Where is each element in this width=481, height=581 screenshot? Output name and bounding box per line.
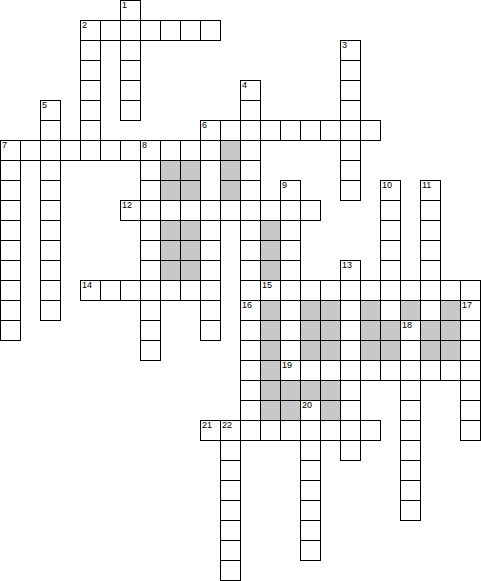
cell-r9-c12[interactable] bbox=[240, 180, 261, 201]
cell-r19-c20[interactable] bbox=[400, 380, 421, 401]
cell-r4-c17[interactable] bbox=[340, 80, 361, 101]
cell-r18-c16[interactable] bbox=[320, 360, 341, 381]
cell-r10-c8[interactable] bbox=[160, 200, 181, 221]
cell-r16-c23[interactable] bbox=[460, 320, 481, 341]
blocked-cell-r15-c18 bbox=[360, 300, 381, 321]
blocked-cell-r15-c20 bbox=[400, 300, 421, 321]
cell-r9-c17[interactable] bbox=[340, 180, 361, 201]
cell-r10-c7[interactable] bbox=[140, 200, 161, 221]
cell-r21-c17[interactable] bbox=[340, 420, 361, 441]
cell-r14-c2[interactable] bbox=[40, 280, 61, 301]
cell-r8-c2[interactable] bbox=[40, 160, 61, 181]
cell-r6-c15[interactable] bbox=[300, 120, 321, 141]
cell-r1-c4[interactable] bbox=[80, 20, 101, 41]
cell-r10-c0[interactable] bbox=[0, 200, 21, 221]
cell-r20-c15[interactable] bbox=[300, 400, 321, 421]
blocked-cell-r16-c18 bbox=[360, 320, 381, 341]
cell-r13-c17[interactable] bbox=[340, 260, 361, 281]
cell-r16-c17[interactable] bbox=[340, 320, 361, 341]
blocked-cell-r11-c13 bbox=[260, 220, 281, 241]
cell-r4-c4[interactable] bbox=[80, 80, 101, 101]
cell-r15-c2[interactable] bbox=[40, 300, 61, 321]
blocked-cell-r8-c11 bbox=[220, 160, 241, 181]
blocked-cell-r11-c9 bbox=[180, 220, 201, 241]
cell-r14-c0[interactable] bbox=[0, 280, 21, 301]
cell-r19-c12[interactable] bbox=[240, 380, 261, 401]
cell-r10-c2[interactable] bbox=[40, 200, 61, 221]
cell-r15-c12[interactable] bbox=[240, 300, 261, 321]
cell-r6-c14[interactable] bbox=[280, 120, 301, 141]
blocked-cell-r15-c13 bbox=[260, 300, 281, 321]
cell-r0-c6[interactable] bbox=[120, 0, 141, 21]
cell-r1-c9[interactable] bbox=[180, 20, 201, 41]
cell-r12-c10[interactable] bbox=[200, 240, 221, 261]
cell-r15-c23[interactable] bbox=[460, 300, 481, 321]
cell-r5-c12[interactable] bbox=[240, 100, 261, 121]
blocked-cell-r15-c15 bbox=[300, 300, 321, 321]
blocked-cell-r20-c13 bbox=[260, 400, 281, 421]
cell-r11-c14[interactable] bbox=[280, 220, 301, 241]
cell-r2-c17[interactable] bbox=[340, 40, 361, 61]
cell-r20-c17[interactable] bbox=[340, 400, 361, 421]
cell-r14-c7[interactable] bbox=[140, 280, 161, 301]
cell-r11-c12[interactable] bbox=[240, 220, 261, 241]
cell-r14-c23[interactable] bbox=[460, 280, 481, 301]
cell-r6-c2[interactable] bbox=[40, 120, 61, 141]
cell-r11-c7[interactable] bbox=[140, 220, 161, 241]
cell-r14-c21[interactable] bbox=[420, 280, 441, 301]
cell-r1-c10[interactable] bbox=[200, 20, 221, 41]
cell-r14-c5[interactable] bbox=[100, 280, 121, 301]
cell-r7-c17[interactable] bbox=[340, 140, 361, 161]
cell-r19-c23[interactable] bbox=[460, 380, 481, 401]
cell-r10-c10[interactable] bbox=[200, 200, 221, 221]
cell-r6-c17[interactable] bbox=[340, 120, 361, 141]
cell-r22-c20[interactable] bbox=[400, 440, 421, 461]
cell-r3-c4[interactable] bbox=[80, 60, 101, 81]
cell-r22-c15[interactable] bbox=[300, 440, 321, 461]
cell-r7-c9[interactable] bbox=[180, 140, 201, 161]
cell-r4-c6[interactable] bbox=[120, 80, 141, 101]
cell-r15-c0[interactable] bbox=[0, 300, 21, 321]
blocked-cell-r8-c9 bbox=[180, 160, 201, 181]
cell-r9-c14[interactable] bbox=[280, 180, 301, 201]
blocked-cell-r16-c21 bbox=[420, 320, 441, 341]
cell-r11-c0[interactable] bbox=[0, 220, 21, 241]
cell-r14-c10[interactable] bbox=[200, 280, 221, 301]
cell-r18-c21[interactable] bbox=[420, 360, 441, 381]
blocked-cell-r16-c19 bbox=[380, 320, 401, 341]
cell-r7-c2[interactable] bbox=[40, 140, 61, 161]
cell-r12-c0[interactable] bbox=[0, 240, 21, 261]
cell-r24-c20[interactable] bbox=[400, 480, 421, 501]
blocked-cell-r17-c16 bbox=[320, 340, 341, 361]
cell-r8-c17[interactable] bbox=[340, 160, 361, 181]
blocked-cell-r9-c8 bbox=[160, 180, 181, 201]
blocked-cell-r18-c13 bbox=[260, 360, 281, 381]
cell-r24-c15[interactable] bbox=[300, 480, 321, 501]
cell-r15-c10[interactable] bbox=[200, 300, 221, 321]
cell-r7-c1[interactable] bbox=[20, 140, 41, 161]
blocked-cell-r17-c19 bbox=[380, 340, 401, 361]
cell-r6-c13[interactable] bbox=[260, 120, 281, 141]
cell-r1-c7[interactable] bbox=[140, 20, 161, 41]
blocked-cell-r17-c15 bbox=[300, 340, 321, 361]
cell-r27-c15[interactable] bbox=[300, 540, 321, 561]
cell-r21-c16[interactable] bbox=[320, 420, 341, 441]
cell-r14-c12[interactable] bbox=[240, 280, 261, 301]
cell-r9-c2[interactable] bbox=[40, 180, 61, 201]
cell-r17-c7[interactable] bbox=[140, 340, 161, 361]
cell-r14-c6[interactable] bbox=[120, 280, 141, 301]
blocked-cell-r12-c9 bbox=[180, 240, 201, 261]
cell-r20-c12[interactable] bbox=[240, 400, 261, 421]
cell-r16-c20[interactable] bbox=[400, 320, 421, 341]
cell-r21-c15[interactable] bbox=[300, 420, 321, 441]
blocked-cell-r8-c8 bbox=[160, 160, 181, 181]
cell-r16-c12[interactable] bbox=[240, 320, 261, 341]
cell-r14-c18[interactable] bbox=[360, 280, 381, 301]
cell-r1-c6[interactable] bbox=[120, 20, 141, 41]
blocked-cell-r12-c8 bbox=[160, 240, 181, 261]
cell-r7-c3[interactable] bbox=[60, 140, 81, 161]
cell-r10-c21[interactable] bbox=[420, 200, 441, 221]
cell-r21-c18[interactable] bbox=[360, 420, 381, 441]
cell-r23-c11[interactable] bbox=[220, 460, 241, 481]
cell-r26-c11[interactable] bbox=[220, 520, 241, 541]
cell-r21-c12[interactable] bbox=[240, 420, 261, 441]
cell-r14-c16[interactable] bbox=[320, 280, 341, 301]
blocked-cell-r20-c14 bbox=[280, 400, 301, 421]
cell-r18-c15[interactable] bbox=[300, 360, 321, 381]
cell-r6-c18[interactable] bbox=[360, 120, 381, 141]
cell-r21-c14[interactable] bbox=[280, 420, 301, 441]
cell-r13-c19[interactable] bbox=[380, 260, 401, 281]
cell-r8-c7[interactable] bbox=[140, 160, 161, 181]
cell-r13-c14[interactable] bbox=[280, 260, 301, 281]
cell-r23-c20[interactable] bbox=[400, 460, 421, 481]
blocked-cell-r16-c15 bbox=[300, 320, 321, 341]
cell-r18-c22[interactable] bbox=[440, 360, 461, 381]
cell-r17-c17[interactable] bbox=[340, 340, 361, 361]
blocked-cell-r13-c9 bbox=[180, 260, 201, 281]
cell-r14-c17[interactable] bbox=[340, 280, 361, 301]
cell-r17-c14[interactable] bbox=[280, 340, 301, 361]
cell-r19-c17[interactable] bbox=[340, 380, 361, 401]
cell-r12-c14[interactable] bbox=[280, 240, 301, 261]
cell-r1-c5[interactable] bbox=[100, 20, 121, 41]
cell-r6-c16[interactable] bbox=[320, 120, 341, 141]
cell-r18-c17[interactable] bbox=[340, 360, 361, 381]
cell-r14-c19[interactable] bbox=[380, 280, 401, 301]
blocked-cell-r11-c8 bbox=[160, 220, 181, 241]
cell-r7-c7[interactable] bbox=[140, 140, 161, 161]
cell-r23-c15[interactable] bbox=[300, 460, 321, 481]
cell-r17-c20[interactable] bbox=[400, 340, 421, 361]
cell-r8-c12[interactable] bbox=[240, 160, 261, 181]
cell-r21-c10[interactable] bbox=[200, 420, 221, 441]
cell-r12-c2[interactable] bbox=[40, 240, 61, 261]
cell-r8-c0[interactable] bbox=[0, 160, 21, 181]
cell-r6-c4[interactable] bbox=[80, 120, 101, 141]
blocked-cell-r16-c13 bbox=[260, 320, 281, 341]
cell-r21-c13[interactable] bbox=[260, 420, 281, 441]
cell-r18-c12[interactable] bbox=[240, 360, 261, 381]
cell-r12-c21[interactable] bbox=[420, 240, 441, 261]
cell-r13-c7[interactable] bbox=[140, 260, 161, 281]
cell-r18-c19[interactable] bbox=[380, 360, 401, 381]
cell-r12-c19[interactable] bbox=[380, 240, 401, 261]
cell-r7-c6[interactable] bbox=[120, 140, 141, 161]
cell-r21-c11[interactable] bbox=[220, 420, 241, 441]
blocked-cell-r9-c9 bbox=[180, 180, 201, 201]
cell-r21-c23[interactable] bbox=[460, 420, 481, 441]
blocked-cell-r19-c16 bbox=[320, 380, 341, 401]
cell-r13-c2[interactable] bbox=[40, 260, 61, 281]
cell-r18-c14[interactable] bbox=[280, 360, 301, 381]
blocked-cell-r12-c13 bbox=[260, 240, 281, 261]
cell-r16-c0[interactable] bbox=[0, 320, 21, 341]
cell-r10-c19[interactable] bbox=[380, 200, 401, 221]
cell-r15-c19[interactable] bbox=[380, 300, 401, 321]
cell-r6-c11[interactable] bbox=[220, 120, 241, 141]
cell-r10-c13[interactable] bbox=[260, 200, 281, 221]
cell-r20-c20[interactable] bbox=[400, 400, 421, 421]
cell-r7-c12[interactable] bbox=[240, 140, 261, 161]
cell-r15-c14[interactable] bbox=[280, 300, 301, 321]
cell-r28-c11[interactable] bbox=[220, 560, 241, 581]
cell-r13-c0[interactable] bbox=[0, 260, 21, 281]
cell-r25-c11[interactable] bbox=[220, 500, 241, 521]
cell-r14-c15[interactable] bbox=[300, 280, 321, 301]
cell-r14-c13[interactable] bbox=[260, 280, 281, 301]
blocked-cell-r15-c22 bbox=[440, 300, 461, 321]
blocked-cell-r17-c21 bbox=[420, 340, 441, 361]
cell-r16-c7[interactable] bbox=[140, 320, 161, 341]
cell-r18-c23[interactable] bbox=[460, 360, 481, 381]
cell-r5-c17[interactable] bbox=[340, 100, 361, 121]
cell-r15-c17[interactable] bbox=[340, 300, 361, 321]
blocked-cell-r16-c22 bbox=[440, 320, 461, 341]
cell-r18-c20[interactable] bbox=[400, 360, 421, 381]
blocked-cell-r17-c18 bbox=[360, 340, 381, 361]
blocked-cell-r9-c11 bbox=[220, 180, 241, 201]
blocked-cell-r19-c14 bbox=[280, 380, 301, 401]
cell-r10-c6[interactable] bbox=[120, 200, 141, 221]
cell-r9-c0[interactable] bbox=[0, 180, 21, 201]
cell-r10-c15[interactable] bbox=[300, 200, 321, 221]
cell-r9-c19[interactable] bbox=[380, 180, 401, 201]
cell-r9-c7[interactable] bbox=[140, 180, 161, 201]
cell-r14-c22[interactable] bbox=[440, 280, 461, 301]
cell-r3-c6[interactable] bbox=[120, 60, 141, 81]
cell-r7-c10[interactable] bbox=[200, 140, 221, 161]
cell-r5-c6[interactable] bbox=[120, 100, 141, 121]
cell-r7-c4[interactable] bbox=[80, 140, 101, 161]
cell-r14-c9[interactable] bbox=[180, 280, 201, 301]
cell-r7-c5[interactable] bbox=[100, 140, 121, 161]
cell-r11-c2[interactable] bbox=[40, 220, 61, 241]
cell-r17-c23[interactable] bbox=[460, 340, 481, 361]
cell-r16-c10[interactable] bbox=[200, 320, 221, 341]
cell-r22-c11[interactable] bbox=[220, 440, 241, 461]
cell-r26-c15[interactable] bbox=[300, 520, 321, 541]
cell-r7-c0[interactable] bbox=[0, 140, 21, 161]
cell-r14-c8[interactable] bbox=[160, 280, 181, 301]
cell-r13-c10[interactable] bbox=[200, 260, 221, 281]
cell-r14-c4[interactable] bbox=[80, 280, 101, 301]
cell-r13-c12[interactable] bbox=[240, 260, 261, 281]
cell-r18-c18[interactable] bbox=[360, 360, 381, 381]
cell-r15-c21[interactable] bbox=[420, 300, 441, 321]
cell-r9-c21[interactable] bbox=[420, 180, 441, 201]
cell-r24-c11[interactable] bbox=[220, 480, 241, 501]
cell-r7-c8[interactable] bbox=[160, 140, 181, 161]
cell-r13-c21[interactable] bbox=[420, 260, 441, 281]
cell-r10-c11[interactable] bbox=[220, 200, 241, 221]
cell-r2-c4[interactable] bbox=[80, 40, 101, 61]
cell-r21-c20[interactable] bbox=[400, 420, 421, 441]
blocked-cell-r7-c11 bbox=[220, 140, 241, 161]
cell-r10-c14[interactable] bbox=[280, 200, 301, 221]
cell-r25-c15[interactable] bbox=[300, 500, 321, 521]
blocked-cell-r17-c13 bbox=[260, 340, 281, 361]
blocked-cell-r16-c16 bbox=[320, 320, 341, 341]
cell-r1-c8[interactable] bbox=[160, 20, 181, 41]
cell-r20-c23[interactable] bbox=[460, 400, 481, 421]
cell-r27-c11[interactable] bbox=[220, 540, 241, 561]
cell-r3-c17[interactable] bbox=[340, 60, 361, 81]
cell-r11-c10[interactable] bbox=[200, 220, 221, 241]
cell-r17-c12[interactable] bbox=[240, 340, 261, 361]
cell-r22-c17[interactable] bbox=[340, 440, 361, 461]
cell-r14-c14[interactable] bbox=[280, 280, 301, 301]
cell-r10-c12[interactable] bbox=[240, 200, 261, 221]
cell-r12-c7[interactable] bbox=[140, 240, 161, 261]
blocked-cell-r20-c16 bbox=[320, 400, 341, 421]
cell-r14-c20[interactable] bbox=[400, 280, 421, 301]
cell-r5-c2[interactable] bbox=[40, 100, 61, 121]
blocked-cell-r19-c15 bbox=[300, 380, 321, 401]
cell-r6-c10[interactable] bbox=[200, 120, 221, 141]
blocked-cell-r17-c22 bbox=[440, 340, 461, 361]
blocked-cell-r13-c13 bbox=[260, 260, 281, 281]
crossword-board: 12345678910111213141516171819202122 bbox=[0, 0, 481, 581]
cell-r15-c7[interactable] bbox=[140, 300, 161, 321]
cell-r11-c21[interactable] bbox=[420, 220, 441, 241]
blocked-cell-r19-c13 bbox=[260, 380, 281, 401]
cell-r16-c14[interactable] bbox=[280, 320, 301, 341]
cell-r11-c19[interactable] bbox=[380, 220, 401, 241]
blocked-cell-r13-c8 bbox=[160, 260, 181, 281]
cell-r12-c12[interactable] bbox=[240, 240, 261, 261]
cell-r10-c9[interactable] bbox=[180, 200, 201, 221]
cell-r5-c4[interactable] bbox=[80, 100, 101, 121]
cell-r2-c6[interactable] bbox=[120, 40, 141, 61]
cell-r25-c20[interactable] bbox=[400, 500, 421, 521]
cell-r6-c12[interactable] bbox=[240, 120, 261, 141]
blocked-cell-r15-c16 bbox=[320, 300, 341, 321]
cell-r4-c12[interactable] bbox=[240, 80, 261, 101]
